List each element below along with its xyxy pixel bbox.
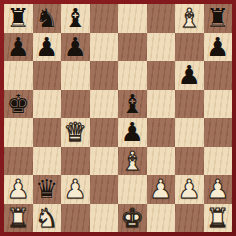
piece-white-queen[interactable]: ♛ (64, 119, 87, 145)
square-d4[interactable] (90, 118, 119, 147)
piece-black-queen[interactable]: ♛ (35, 176, 58, 202)
square-c5[interactable] (61, 90, 90, 119)
square-a6[interactable] (4, 61, 33, 90)
piece-white-pawn[interactable]: ♟ (64, 176, 87, 202)
square-g1[interactable] (175, 204, 204, 233)
square-e8[interactable] (118, 4, 147, 33)
square-h2[interactable]: ♟ (204, 175, 233, 204)
piece-white-pawn[interactable]: ♟ (149, 176, 172, 202)
piece-black-pawn[interactable]: ♟ (206, 34, 229, 60)
piece-white-rook[interactable]: ♜ (7, 205, 30, 231)
square-f4[interactable] (147, 118, 176, 147)
piece-black-pawn[interactable]: ♟ (35, 34, 58, 60)
square-a1[interactable]: ♜ (4, 204, 33, 233)
square-f3[interactable] (147, 147, 176, 176)
square-g8[interactable]: ♝ (175, 4, 204, 33)
square-e5[interactable]: ♝ (118, 90, 147, 119)
square-g5[interactable] (175, 90, 204, 119)
square-d7[interactable] (90, 33, 119, 62)
piece-black-king[interactable]: ♚ (7, 91, 30, 117)
square-a7[interactable]: ♟ (4, 33, 33, 62)
square-b8[interactable]: ♞ (33, 4, 62, 33)
chess-board: ♜♞♝♝♜♟♟♟♟♟♚♝♛♟♝♟♛♟♟♟♟♜♞♚♜ (4, 4, 232, 232)
square-e2[interactable] (118, 175, 147, 204)
piece-white-pawn[interactable]: ♟ (206, 176, 229, 202)
piece-white-bishop[interactable]: ♝ (121, 148, 144, 174)
square-c1[interactable] (61, 204, 90, 233)
piece-white-bishop[interactable]: ♝ (178, 5, 201, 31)
piece-white-knight[interactable]: ♞ (35, 205, 58, 231)
square-b1[interactable]: ♞ (33, 204, 62, 233)
square-d8[interactable] (90, 4, 119, 33)
square-d5[interactable] (90, 90, 119, 119)
square-d3[interactable] (90, 147, 119, 176)
piece-black-bishop[interactable]: ♝ (121, 91, 144, 117)
piece-black-knight[interactable]: ♞ (35, 5, 58, 31)
square-b2[interactable]: ♛ (33, 175, 62, 204)
square-f2[interactable]: ♟ (147, 175, 176, 204)
piece-black-pawn[interactable]: ♟ (7, 34, 30, 60)
square-b5[interactable] (33, 90, 62, 119)
square-c4[interactable]: ♛ (61, 118, 90, 147)
square-c3[interactable] (61, 147, 90, 176)
square-h4[interactable] (204, 118, 233, 147)
square-g2[interactable]: ♟ (175, 175, 204, 204)
square-e7[interactable] (118, 33, 147, 62)
square-f6[interactable] (147, 61, 176, 90)
square-a8[interactable]: ♜ (4, 4, 33, 33)
square-e4[interactable]: ♟ (118, 118, 147, 147)
square-f7[interactable] (147, 33, 176, 62)
piece-black-pawn[interactable]: ♟ (64, 34, 87, 60)
square-f8[interactable] (147, 4, 176, 33)
square-d6[interactable] (90, 61, 119, 90)
square-c6[interactable] (61, 61, 90, 90)
piece-black-pawn[interactable]: ♟ (121, 119, 144, 145)
square-d1[interactable] (90, 204, 119, 233)
board-frame: ♜♞♝♝♜♟♟♟♟♟♚♝♛♟♝♟♛♟♟♟♟♜♞♚♜ (0, 0, 236, 236)
square-e6[interactable] (118, 61, 147, 90)
square-g6[interactable]: ♟ (175, 61, 204, 90)
square-g7[interactable] (175, 33, 204, 62)
square-c7[interactable]: ♟ (61, 33, 90, 62)
piece-white-rook[interactable]: ♜ (206, 205, 229, 231)
square-a5[interactable]: ♚ (4, 90, 33, 119)
piece-white-king[interactable]: ♚ (121, 205, 144, 231)
square-h3[interactable] (204, 147, 233, 176)
square-a3[interactable] (4, 147, 33, 176)
piece-black-rook[interactable]: ♜ (206, 5, 229, 31)
square-h7[interactable]: ♟ (204, 33, 233, 62)
square-b3[interactable] (33, 147, 62, 176)
square-a2[interactable]: ♟ (4, 175, 33, 204)
square-h6[interactable] (204, 61, 233, 90)
square-g3[interactable] (175, 147, 204, 176)
piece-black-pawn[interactable]: ♟ (178, 62, 201, 88)
square-e1[interactable]: ♚ (118, 204, 147, 233)
square-b7[interactable]: ♟ (33, 33, 62, 62)
piece-black-rook[interactable]: ♜ (7, 5, 30, 31)
square-b6[interactable] (33, 61, 62, 90)
square-d2[interactable] (90, 175, 119, 204)
square-h8[interactable]: ♜ (204, 4, 233, 33)
square-h1[interactable]: ♜ (204, 204, 233, 233)
square-b4[interactable] (33, 118, 62, 147)
square-a4[interactable] (4, 118, 33, 147)
square-c8[interactable]: ♝ (61, 4, 90, 33)
square-g4[interactable] (175, 118, 204, 147)
square-c2[interactable]: ♟ (61, 175, 90, 204)
square-f1[interactable] (147, 204, 176, 233)
square-f5[interactable] (147, 90, 176, 119)
square-e3[interactable]: ♝ (118, 147, 147, 176)
piece-black-bishop[interactable]: ♝ (64, 5, 87, 31)
square-h5[interactable] (204, 90, 233, 119)
piece-white-pawn[interactable]: ♟ (178, 176, 201, 202)
piece-white-pawn[interactable]: ♟ (7, 176, 30, 202)
